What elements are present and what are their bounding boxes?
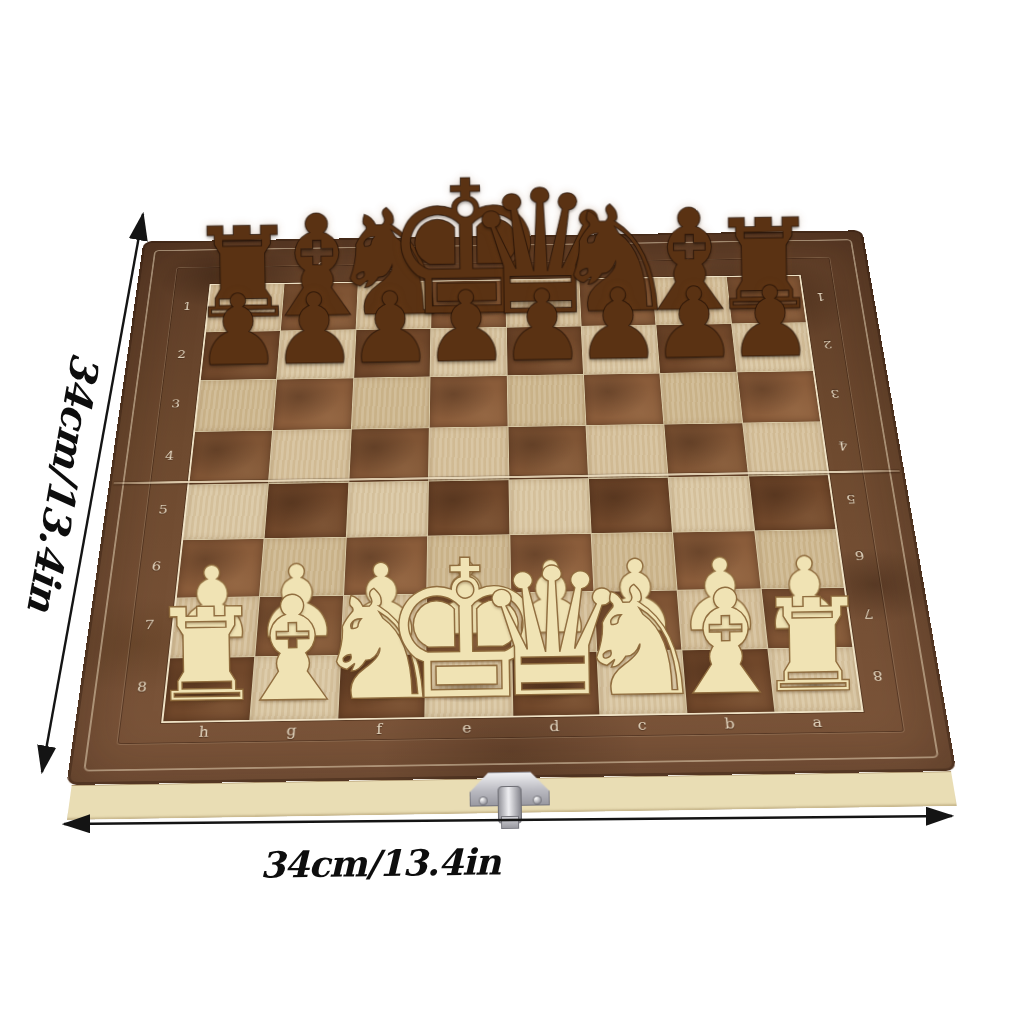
width-dimension-label: 34cm/13.4in [260, 840, 500, 885]
width-dimension-arrow [64, 816, 952, 824]
dimension-arrows [0, 0, 1020, 1020]
product-photo-scene: 34cm/13.4in 34cm/13.4in 1234567812345678… [0, 0, 1020, 1020]
